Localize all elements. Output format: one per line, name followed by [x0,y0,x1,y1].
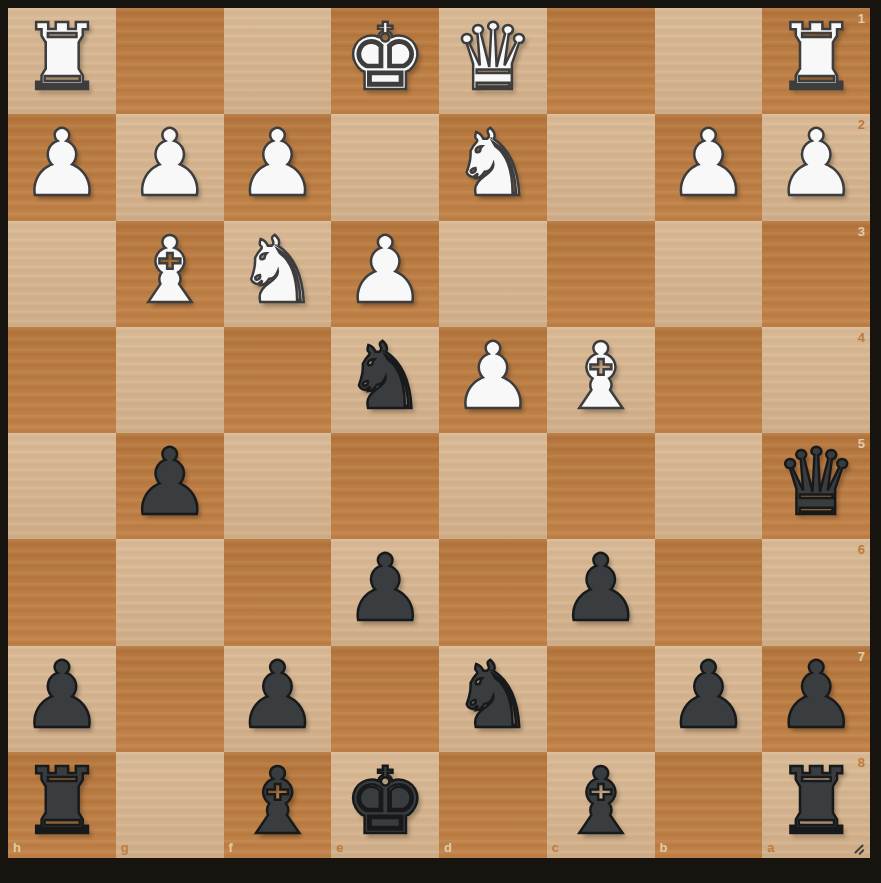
square-c4[interactable]: ♝ [547,327,655,433]
square-h4[interactable] [8,327,116,433]
square-a3[interactable]: 3 [762,221,870,327]
piece-white-pawn[interactable]: ♟ [21,118,103,210]
coord-rank-7: 7 [858,650,865,663]
board-resize-handle-icon[interactable] [851,840,867,856]
square-b8[interactable]: b [655,752,763,858]
square-g3[interactable]: ♝ [116,221,224,327]
square-d2[interactable]: ♞ [439,114,547,220]
piece-white-rook[interactable]: ♜ [21,12,103,104]
piece-black-rook[interactable]: ♜ [21,756,103,848]
square-c3[interactable] [547,221,655,327]
square-f1[interactable] [224,8,332,114]
square-d6[interactable] [439,539,547,645]
square-a6[interactable]: 6 [762,539,870,645]
chess-board: ♜♚♛♜1♟♟♟♞♟♟2♝♞♟3♞♟♝4♟♛5♟♟6♟♟♞♟♟7♜hg♝f♚ed… [8,8,870,858]
square-f3[interactable]: ♞ [224,221,332,327]
piece-white-pawn[interactable]: ♟ [452,331,534,423]
piece-white-knight[interactable]: ♞ [236,225,318,317]
square-e2[interactable] [331,114,439,220]
square-a1[interactable]: ♜1 [762,8,870,114]
piece-white-pawn[interactable]: ♟ [775,118,857,210]
coord-rank-2: 2 [858,118,865,131]
square-c5[interactable] [547,433,655,539]
piece-white-queen[interactable]: ♛ [452,12,534,104]
square-b5[interactable] [655,433,763,539]
coord-rank-6: 6 [858,543,865,556]
square-e5[interactable] [331,433,439,539]
piece-black-king[interactable]: ♚ [344,756,426,848]
coord-rank-1: 1 [858,12,865,25]
square-f4[interactable] [224,327,332,433]
square-f7[interactable]: ♟ [224,646,332,752]
square-b3[interactable] [655,221,763,327]
square-h1[interactable]: ♜ [8,8,116,114]
board-frame: ♜♚♛♜1♟♟♟♞♟♟2♝♞♟3♞♟♝4♟♛5♟♟6♟♟♞♟♟7♜hg♝f♚ed… [0,0,881,883]
square-g1[interactable] [116,8,224,114]
piece-white-pawn[interactable]: ♟ [344,225,426,317]
square-h7[interactable]: ♟ [8,646,116,752]
square-c6[interactable]: ♟ [547,539,655,645]
square-a7[interactable]: ♟7 [762,646,870,752]
square-h5[interactable] [8,433,116,539]
coord-file-f: f [229,841,233,854]
piece-black-pawn[interactable]: ♟ [128,437,210,529]
square-g2[interactable]: ♟ [116,114,224,220]
square-e6[interactable]: ♟ [331,539,439,645]
square-e4[interactable]: ♞ [331,327,439,433]
square-c7[interactable] [547,646,655,752]
square-g5[interactable]: ♟ [116,433,224,539]
square-e8[interactable]: ♚e [331,752,439,858]
piece-black-pawn[interactable]: ♟ [236,650,318,742]
square-h2[interactable]: ♟ [8,114,116,220]
coord-rank-5: 5 [858,437,865,450]
piece-black-knight[interactable]: ♞ [344,331,426,423]
square-g4[interactable] [116,327,224,433]
square-c8[interactable]: ♝c [547,752,655,858]
piece-white-knight[interactable]: ♞ [452,118,534,210]
square-f6[interactable] [224,539,332,645]
square-a2[interactable]: ♟2 [762,114,870,220]
coord-file-e: e [336,841,343,854]
square-h3[interactable] [8,221,116,327]
piece-black-pawn[interactable]: ♟ [559,543,641,635]
square-g7[interactable] [116,646,224,752]
square-e1[interactable]: ♚ [331,8,439,114]
square-g8[interactable]: g [116,752,224,858]
square-d8[interactable]: d [439,752,547,858]
square-h8[interactable]: ♜h [8,752,116,858]
square-d3[interactable] [439,221,547,327]
square-b6[interactable] [655,539,763,645]
square-d1[interactable]: ♛ [439,8,547,114]
piece-white-bishop[interactable]: ♝ [559,331,641,423]
piece-black-rook[interactable]: ♜ [775,756,857,848]
square-h6[interactable] [8,539,116,645]
coord-rank-3: 3 [858,225,865,238]
piece-white-pawn[interactable]: ♟ [667,118,749,210]
piece-black-bishop[interactable]: ♝ [236,756,318,848]
square-b4[interactable] [655,327,763,433]
piece-black-pawn[interactable]: ♟ [21,650,103,742]
square-e7[interactable] [331,646,439,752]
square-d5[interactable] [439,433,547,539]
square-a8[interactable]: ♜a8 [762,752,870,858]
piece-black-bishop[interactable]: ♝ [559,756,641,848]
piece-white-pawn[interactable]: ♟ [128,118,210,210]
square-f5[interactable] [224,433,332,539]
square-g6[interactable] [116,539,224,645]
piece-white-rook[interactable]: ♜ [775,12,857,104]
coord-file-g: g [121,841,129,854]
square-d7[interactable]: ♞ [439,646,547,752]
piece-black-pawn[interactable]: ♟ [775,650,857,742]
square-a4[interactable]: 4 [762,327,870,433]
coord-file-b: b [660,841,668,854]
square-d4[interactable]: ♟ [439,327,547,433]
piece-black-queen[interactable]: ♛ [775,437,857,529]
coord-file-d: d [444,841,452,854]
square-c1[interactable] [547,8,655,114]
square-f8[interactable]: ♝f [224,752,332,858]
square-b2[interactable]: ♟ [655,114,763,220]
coord-rank-4: 4 [858,331,865,344]
piece-white-king[interactable]: ♚ [344,12,426,104]
coord-file-c: c [552,841,559,854]
square-c2[interactable] [547,114,655,220]
coord-rank-8: 8 [858,756,865,769]
piece-black-knight[interactable]: ♞ [452,650,534,742]
piece-black-pawn[interactable]: ♟ [667,650,749,742]
coord-file-a: a [767,841,774,854]
piece-white-pawn[interactable]: ♟ [236,118,318,210]
square-e3[interactable]: ♟ [331,221,439,327]
piece-black-pawn[interactable]: ♟ [344,543,426,635]
square-b1[interactable] [655,8,763,114]
piece-white-bishop[interactable]: ♝ [128,225,210,317]
square-a5[interactable]: ♛5 [762,433,870,539]
square-b7[interactable]: ♟ [655,646,763,752]
square-f2[interactable]: ♟ [224,114,332,220]
